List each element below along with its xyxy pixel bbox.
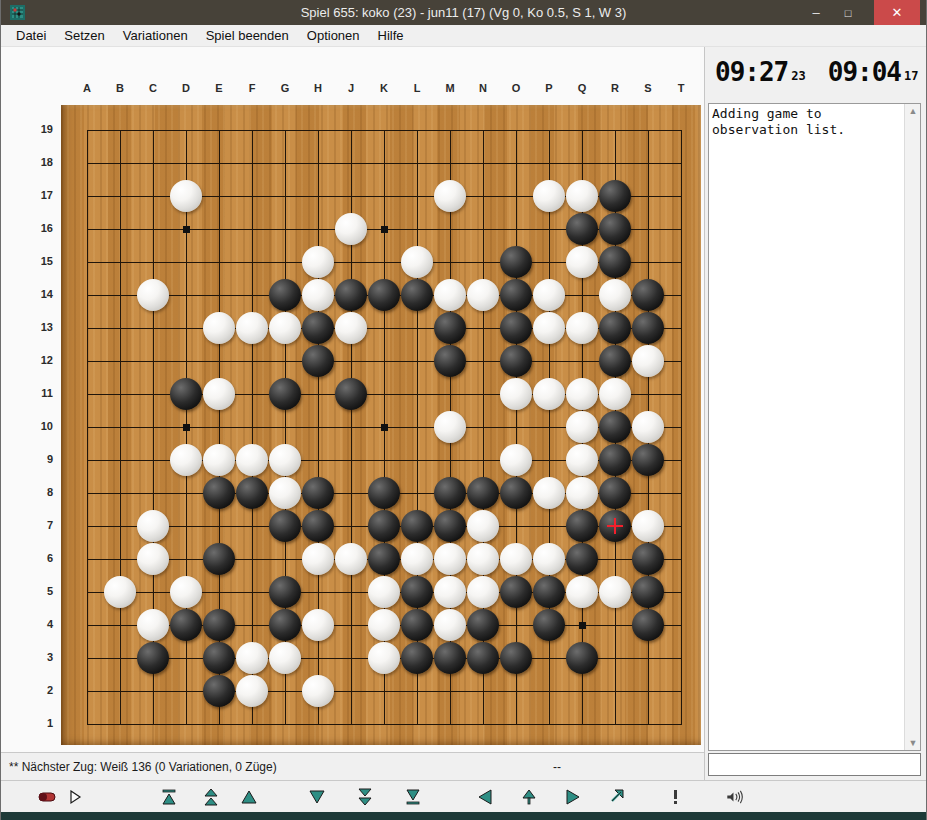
coord-col-F: F bbox=[242, 82, 262, 94]
black-stone-E6 bbox=[203, 543, 235, 575]
message-scrollbar[interactable]: ▲ ▼ bbox=[904, 104, 920, 750]
white-stone-G9 bbox=[269, 444, 301, 476]
white-stone-M14 bbox=[434, 279, 466, 311]
toolbar bbox=[1, 780, 926, 812]
black-stone-R17 bbox=[599, 180, 631, 212]
menubar: DateiSetzenVariationenSpiel beendenOptio… bbox=[1, 25, 926, 47]
white-stone-N14 bbox=[467, 279, 499, 311]
clock-left-count: 23 bbox=[791, 69, 805, 83]
coord-row-19: 19 bbox=[27, 123, 53, 135]
maximize-button[interactable]: □ bbox=[835, 0, 861, 25]
right-panel: 09:27 23 09:04 17 Adding game to observa… bbox=[704, 47, 927, 780]
fast-rewind-icon[interactable] bbox=[201, 787, 221, 807]
white-stone-Q17 bbox=[566, 180, 598, 212]
white-stone-P11 bbox=[533, 378, 565, 410]
white-stone-K5 bbox=[368, 576, 400, 608]
info-icon[interactable] bbox=[665, 787, 685, 807]
white-stone-C4 bbox=[137, 609, 169, 641]
white-stone-Q11 bbox=[566, 378, 598, 410]
black-stone-O5 bbox=[500, 576, 532, 608]
goban[interactable] bbox=[61, 105, 701, 745]
black-stone-M3 bbox=[434, 642, 466, 674]
forward-icon[interactable] bbox=[307, 787, 327, 807]
black-stone-R16 bbox=[599, 213, 631, 245]
coord-col-E: E bbox=[209, 82, 229, 94]
jump-icon[interactable] bbox=[607, 787, 627, 807]
white-stone-M17 bbox=[434, 180, 466, 212]
last-move-marker bbox=[607, 518, 623, 534]
black-stone-L3 bbox=[401, 642, 433, 674]
white-stone-D17 bbox=[170, 180, 202, 212]
white-stone-H6 bbox=[302, 543, 334, 575]
first-move-icon[interactable] bbox=[159, 787, 179, 807]
menu-item-spiel-beenden[interactable]: Spiel beenden bbox=[197, 25, 298, 46]
scroll-down-icon[interactable]: ▼ bbox=[905, 736, 921, 750]
window-bottom-border bbox=[1, 812, 926, 820]
coord-col-R: R bbox=[605, 82, 625, 94]
message-text: Adding game to observation list. bbox=[712, 106, 900, 138]
black-stone-H8 bbox=[302, 477, 334, 509]
play-outline-icon[interactable] bbox=[65, 787, 85, 807]
minimize-button[interactable]: – bbox=[803, 0, 829, 25]
white-stone-F2 bbox=[236, 675, 268, 707]
status-secondary: -- bbox=[553, 760, 561, 774]
coord-row-3: 3 bbox=[27, 651, 53, 663]
last-move-icon[interactable] bbox=[403, 787, 423, 807]
white-stone-G8 bbox=[269, 477, 301, 509]
coord-row-15: 15 bbox=[27, 255, 53, 267]
white-stone-N7 bbox=[467, 510, 499, 542]
black-stone-J11 bbox=[335, 378, 367, 410]
coord-row-16: 16 bbox=[27, 222, 53, 234]
menu-item-variationen[interactable]: Variationen bbox=[114, 25, 197, 46]
clock-left-time: 09:27 bbox=[715, 57, 788, 87]
prev-variation-icon[interactable] bbox=[475, 787, 495, 807]
menu-item-hilfe[interactable]: Hilfe bbox=[369, 25, 413, 46]
black-stone-O14 bbox=[500, 279, 532, 311]
black-stone-O8 bbox=[500, 477, 532, 509]
sound-icon[interactable] bbox=[725, 787, 753, 807]
white-stone-P17 bbox=[533, 180, 565, 212]
white-stone-H15 bbox=[302, 246, 334, 278]
black-stone-N8 bbox=[467, 477, 499, 509]
white-stone-M4 bbox=[434, 609, 466, 641]
black-stone-Q6 bbox=[566, 543, 598, 575]
white-stone-L6 bbox=[401, 543, 433, 575]
white-stone-Q8 bbox=[566, 477, 598, 509]
black-stone-L4 bbox=[401, 609, 433, 641]
coord-col-K: K bbox=[374, 82, 394, 94]
coord-col-J: J bbox=[341, 82, 361, 94]
black-stone-E3 bbox=[203, 642, 235, 674]
white-stone-G13 bbox=[269, 312, 301, 344]
coord-row-5: 5 bbox=[27, 585, 53, 597]
up-variation-icon[interactable] bbox=[519, 787, 539, 807]
black-stone-F8 bbox=[236, 477, 268, 509]
coord-row-9: 9 bbox=[27, 453, 53, 465]
coord-col-D: D bbox=[176, 82, 196, 94]
black-stone-G14 bbox=[269, 279, 301, 311]
black-stone-R7 bbox=[599, 510, 631, 542]
black-stone-L5 bbox=[401, 576, 433, 608]
star-point-D10 bbox=[183, 424, 190, 431]
white-stone-E9 bbox=[203, 444, 235, 476]
black-stone-S6 bbox=[632, 543, 664, 575]
black-stone-S5 bbox=[632, 576, 664, 608]
white-stone-F3 bbox=[236, 642, 268, 674]
white-stone-S7 bbox=[632, 510, 664, 542]
black-stone-H12 bbox=[302, 345, 334, 377]
stones-icon[interactable] bbox=[37, 787, 57, 807]
black-stone-G5 bbox=[269, 576, 301, 608]
window-title: Spiel 655: koko (23) - jun11 (17) (Vg 0,… bbox=[1, 5, 926, 20]
black-stone-M13 bbox=[434, 312, 466, 344]
menu-item-datei[interactable]: Datei bbox=[7, 25, 55, 46]
white-stone-D5 bbox=[170, 576, 202, 608]
white-stone-Q5 bbox=[566, 576, 598, 608]
coord-row-6: 6 bbox=[27, 552, 53, 564]
black-stone-P4 bbox=[533, 609, 565, 641]
white-stone-O11 bbox=[500, 378, 532, 410]
coord-row-11: 11 bbox=[27, 387, 53, 399]
star-point-Q4 bbox=[579, 622, 586, 629]
black-stone-K6 bbox=[368, 543, 400, 575]
black-stone-H13 bbox=[302, 312, 334, 344]
white-stone-F9 bbox=[236, 444, 268, 476]
black-stone-J14 bbox=[335, 279, 367, 311]
status-next-move: ** Nächster Zug: Weiß 136 (0 Variationen… bbox=[9, 760, 277, 774]
scroll-up-icon[interactable]: ▲ bbox=[905, 104, 921, 118]
white-stone-K3 bbox=[368, 642, 400, 674]
message-box: Adding game to observation list. ▲ ▼ bbox=[708, 103, 921, 751]
black-stone-D11 bbox=[170, 378, 202, 410]
white-stone-B5 bbox=[104, 576, 136, 608]
black-stone-E2 bbox=[203, 675, 235, 707]
clocks: 09:27 23 09:04 17 bbox=[715, 57, 918, 87]
menu-item-setzen[interactable]: Setzen bbox=[55, 25, 113, 46]
white-stone-P13 bbox=[533, 312, 565, 344]
black-stone-D4 bbox=[170, 609, 202, 641]
coord-col-M: M bbox=[440, 82, 460, 94]
coord-col-P: P bbox=[539, 82, 559, 94]
black-stone-R9 bbox=[599, 444, 631, 476]
black-stone-K8 bbox=[368, 477, 400, 509]
next-variation-icon[interactable] bbox=[563, 787, 583, 807]
white-stone-R14 bbox=[599, 279, 631, 311]
black-stone-R13 bbox=[599, 312, 631, 344]
black-stone-K14 bbox=[368, 279, 400, 311]
black-stone-O15 bbox=[500, 246, 532, 278]
black-stone-Q7 bbox=[566, 510, 598, 542]
black-stone-N4 bbox=[467, 609, 499, 641]
coord-row-2: 2 bbox=[27, 684, 53, 696]
black-stone-C3 bbox=[137, 642, 169, 674]
black-stone-R15 bbox=[599, 246, 631, 278]
white-stone-P8 bbox=[533, 477, 565, 509]
white-stone-L15 bbox=[401, 246, 433, 278]
black-stone-S14 bbox=[632, 279, 664, 311]
titlebar: Spiel 655: koko (23) - jun11 (17) (Vg 0,… bbox=[1, 0, 926, 25]
black-stone-K7 bbox=[368, 510, 400, 542]
close-button[interactable]: ✕ bbox=[874, 0, 920, 25]
coord-row-12: 12 bbox=[27, 354, 53, 366]
menu-item-optionen[interactable]: Optionen bbox=[298, 25, 369, 46]
coord-col-A: A bbox=[77, 82, 97, 94]
white-stone-Q15 bbox=[566, 246, 598, 278]
black-stone-O12 bbox=[500, 345, 532, 377]
black-stone-O13 bbox=[500, 312, 532, 344]
white-stone-N5 bbox=[467, 576, 499, 608]
back-icon[interactable] bbox=[239, 787, 259, 807]
white-stone-R5 bbox=[599, 576, 631, 608]
coord-row-1: 1 bbox=[27, 717, 53, 729]
coord-row-8: 8 bbox=[27, 486, 53, 498]
white-stone-M6 bbox=[434, 543, 466, 575]
coord-col-B: B bbox=[110, 82, 130, 94]
statusbar: ** Nächster Zug: Weiß 136 (0 Variationen… bbox=[1, 752, 704, 780]
black-stone-Q3 bbox=[566, 642, 598, 674]
white-stone-F13 bbox=[236, 312, 268, 344]
white-stone-C14 bbox=[137, 279, 169, 311]
white-stone-D9 bbox=[170, 444, 202, 476]
white-stone-M5 bbox=[434, 576, 466, 608]
clock-right-time: 09:04 bbox=[828, 57, 901, 87]
black-stone-H7 bbox=[302, 510, 334, 542]
white-stone-S10 bbox=[632, 411, 664, 443]
coord-row-17: 17 bbox=[27, 189, 53, 201]
black-stone-S9 bbox=[632, 444, 664, 476]
black-stone-E8 bbox=[203, 477, 235, 509]
black-stone-S4 bbox=[632, 609, 664, 641]
black-stone-M7 bbox=[434, 510, 466, 542]
white-stone-J16 bbox=[335, 213, 367, 245]
white-stone-P6 bbox=[533, 543, 565, 575]
white-stone-E13 bbox=[203, 312, 235, 344]
black-stone-M8 bbox=[434, 477, 466, 509]
white-stone-J6 bbox=[335, 543, 367, 575]
game-window: Spiel 655: koko (23) - jun11 (17) (Vg 0,… bbox=[0, 0, 927, 820]
black-stone-R8 bbox=[599, 477, 631, 509]
coord-row-4: 4 bbox=[27, 618, 53, 630]
white-stone-O6 bbox=[500, 543, 532, 575]
white-stone-K4 bbox=[368, 609, 400, 641]
coord-col-N: N bbox=[473, 82, 493, 94]
white-stone-M10 bbox=[434, 411, 466, 443]
board-panel: ABCDEFGHJKLMNOPQRST 19181716151413121110… bbox=[1, 47, 704, 752]
black-stone-G11 bbox=[269, 378, 301, 410]
black-stone-R10 bbox=[599, 411, 631, 443]
star-point-K16 bbox=[381, 226, 388, 233]
coord-row-7: 7 bbox=[27, 519, 53, 531]
white-stone-H14 bbox=[302, 279, 334, 311]
black-stone-L14 bbox=[401, 279, 433, 311]
star-point-K10 bbox=[381, 424, 388, 431]
coord-col-O: O bbox=[506, 82, 526, 94]
black-stone-M12 bbox=[434, 345, 466, 377]
coord-col-G: G bbox=[275, 82, 295, 94]
black-stone-G7 bbox=[269, 510, 301, 542]
black-stone-G4 bbox=[269, 609, 301, 641]
white-stone-R11 bbox=[599, 378, 631, 410]
white-stone-O9 bbox=[500, 444, 532, 476]
white-stone-Q9 bbox=[566, 444, 598, 476]
white-stone-G3 bbox=[269, 642, 301, 674]
star-point-D16 bbox=[183, 226, 190, 233]
coord-col-H: H bbox=[308, 82, 328, 94]
white-stone-C7 bbox=[137, 510, 169, 542]
coord-row-10: 10 bbox=[27, 420, 53, 432]
white-stone-Q10 bbox=[566, 411, 598, 443]
chat-input[interactable] bbox=[708, 753, 921, 776]
white-stone-Q13 bbox=[566, 312, 598, 344]
white-stone-S12 bbox=[632, 345, 664, 377]
coord-col-T: T bbox=[671, 82, 691, 94]
black-stone-Q16 bbox=[566, 213, 598, 245]
white-stone-H4 bbox=[302, 609, 334, 641]
black-stone-E4 bbox=[203, 609, 235, 641]
black-stone-N3 bbox=[467, 642, 499, 674]
fast-forward-icon[interactable] bbox=[355, 787, 375, 807]
clock-right-count: 17 bbox=[904, 69, 918, 83]
white-stone-J13 bbox=[335, 312, 367, 344]
coord-col-L: L bbox=[407, 82, 427, 94]
white-stone-H2 bbox=[302, 675, 334, 707]
coord-col-Q: Q bbox=[572, 82, 592, 94]
white-stone-P14 bbox=[533, 279, 565, 311]
white-stone-N6 bbox=[467, 543, 499, 575]
coord-col-C: C bbox=[143, 82, 163, 94]
coord-row-18: 18 bbox=[27, 156, 53, 168]
black-stone-P5 bbox=[533, 576, 565, 608]
white-stone-E11 bbox=[203, 378, 235, 410]
black-stone-S13 bbox=[632, 312, 664, 344]
coord-row-13: 13 bbox=[27, 321, 53, 333]
coord-row-14: 14 bbox=[27, 288, 53, 300]
black-stone-L7 bbox=[401, 510, 433, 542]
black-stone-R12 bbox=[599, 345, 631, 377]
black-stone-O3 bbox=[500, 642, 532, 674]
white-stone-C6 bbox=[137, 543, 169, 575]
coord-col-S: S bbox=[638, 82, 658, 94]
